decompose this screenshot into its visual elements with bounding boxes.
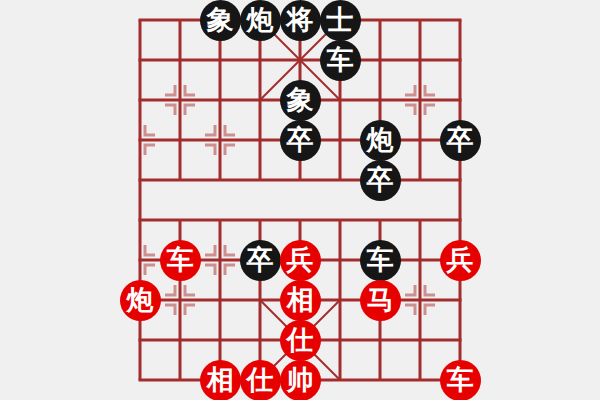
piece-black-elephant[interactable]: 象 xyxy=(280,80,321,121)
piece-red-chariot[interactable]: 车 xyxy=(160,240,201,281)
piece-black-soldier[interactable]: 卒 xyxy=(440,120,481,161)
piece-red-chariot[interactable]: 车 xyxy=(440,360,481,400)
piece-black-advisor[interactable]: 士 xyxy=(320,0,361,41)
piece-black-general[interactable]: 将 xyxy=(280,0,321,41)
piece-red-general[interactable]: 帅 xyxy=(280,360,321,400)
piece-black-cannon[interactable]: 炮 xyxy=(240,0,281,41)
piece-black-elephant[interactable]: 象 xyxy=(200,0,241,41)
piece-red-advisor[interactable]: 仕 xyxy=(240,360,281,400)
piece-red-soldier[interactable]: 兵 xyxy=(440,240,481,281)
piece-black-chariot[interactable]: 车 xyxy=(360,240,401,281)
xiangqi-app: 象炮将士车象卒炮卒卒卒车车兵兵炮相马仕相仕帅车 xyxy=(0,0,600,400)
piece-black-chariot[interactable]: 车 xyxy=(320,40,361,81)
piece-black-soldier[interactable]: 卒 xyxy=(280,120,321,161)
piece-black-soldier[interactable]: 卒 xyxy=(240,240,281,281)
piece-black-cannon[interactable]: 炮 xyxy=(360,120,401,161)
piece-red-horse[interactable]: 马 xyxy=(360,280,401,321)
pieces-layer: 象炮将士车象卒炮卒卒卒车车兵兵炮相马仕相仕帅车 xyxy=(0,0,600,400)
piece-red-advisor[interactable]: 仕 xyxy=(280,320,321,361)
piece-red-soldier[interactable]: 兵 xyxy=(280,240,321,281)
piece-red-elephant[interactable]: 相 xyxy=(280,280,321,321)
piece-black-soldier[interactable]: 卒 xyxy=(360,160,401,201)
piece-red-cannon[interactable]: 炮 xyxy=(120,280,161,321)
piece-red-elephant[interactable]: 相 xyxy=(200,360,241,400)
